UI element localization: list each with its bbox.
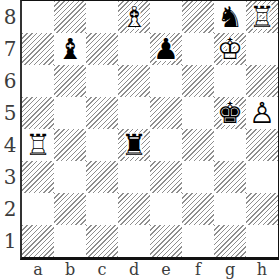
square-b4[interactable] [54,129,86,161]
square-d5[interactable] [118,97,150,129]
square-e3[interactable] [150,161,182,193]
square-d8[interactable]: ♗ [118,1,150,33]
square-c5[interactable] [86,97,118,129]
square-d2[interactable] [118,193,150,225]
rank-label-1: 1 [0,225,20,257]
square-c1[interactable] [86,225,118,257]
square-g7[interactable]: ♔ [214,33,246,65]
rank-label-8: 8 [0,1,20,33]
square-h8[interactable]: ♖ [246,1,278,33]
chess-diagram: 87654321 ♗♞♖♝♟♔♚♙♖♜ abcdefgh [0,0,279,279]
square-f5[interactable] [182,97,214,129]
file-labels: abcdefgh [22,262,278,278]
square-g4[interactable] [214,129,246,161]
square-g8[interactable]: ♞ [214,1,246,33]
square-c6[interactable] [86,65,118,97]
square-e2[interactable] [150,193,182,225]
file-label-g: g [214,262,246,278]
square-h7[interactable] [246,33,278,65]
rank-label-5: 5 [0,97,20,129]
square-a3[interactable] [22,161,54,193]
square-e5[interactable] [150,97,182,129]
square-d7[interactable] [118,33,150,65]
square-h5[interactable]: ♙ [246,97,278,129]
white-rook-piece[interactable]: ♖ [246,1,278,33]
square-e6[interactable] [150,65,182,97]
rank-label-3: 3 [0,161,20,193]
square-b5[interactable] [54,97,86,129]
rank-label-6: 6 [0,65,20,97]
square-a5[interactable] [22,97,54,129]
square-f7[interactable] [182,33,214,65]
file-label-h: h [246,262,278,278]
white-pawn-piece[interactable]: ♙ [246,97,278,129]
rank-labels: 87654321 [0,1,20,257]
square-e8[interactable] [150,1,182,33]
square-g2[interactable] [214,193,246,225]
square-c7[interactable] [86,33,118,65]
white-king-piece[interactable]: ♔ [214,33,246,65]
rank-label-7: 7 [0,33,20,65]
square-d3[interactable] [118,161,150,193]
black-bishop-piece[interactable]: ♝ [54,33,86,65]
square-b1[interactable] [54,225,86,257]
square-f6[interactable] [182,65,214,97]
square-a2[interactable] [22,193,54,225]
square-b6[interactable] [54,65,86,97]
black-rook-piece[interactable]: ♜ [118,129,150,161]
file-label-f: f [182,262,214,278]
black-king-piece[interactable]: ♚ [214,97,246,129]
square-g6[interactable] [214,65,246,97]
square-h2[interactable] [246,193,278,225]
square-g3[interactable] [214,161,246,193]
chess-board: ♗♞♖♝♟♔♚♙♖♜ [22,1,278,257]
file-label-a: a [22,262,54,278]
white-rook-piece[interactable]: ♖ [22,129,54,161]
square-a1[interactable] [22,225,54,257]
square-a8[interactable] [22,1,54,33]
file-label-d: d [118,262,150,278]
square-c4[interactable] [86,129,118,161]
square-f2[interactable] [182,193,214,225]
square-a4[interactable]: ♖ [22,129,54,161]
square-a7[interactable] [22,33,54,65]
square-f4[interactable] [182,129,214,161]
square-d1[interactable] [118,225,150,257]
square-c2[interactable] [86,193,118,225]
black-pawn-piece[interactable]: ♟ [150,33,182,65]
rank-label-4: 4 [0,129,20,161]
white-bishop-piece[interactable]: ♗ [118,1,150,33]
black-knight-piece[interactable]: ♞ [214,1,246,33]
square-e1[interactable] [150,225,182,257]
square-e7[interactable]: ♟ [150,33,182,65]
square-b7[interactable]: ♝ [54,33,86,65]
board-frame: ♗♞♖♝♟♔♚♙♖♜ [20,0,279,260]
square-g1[interactable] [214,225,246,257]
file-label-b: b [54,262,86,278]
file-label-c: c [86,262,118,278]
square-b3[interactable] [54,161,86,193]
square-h3[interactable] [246,161,278,193]
square-c3[interactable] [86,161,118,193]
square-h1[interactable] [246,225,278,257]
square-f3[interactable] [182,161,214,193]
square-a6[interactable] [22,65,54,97]
file-label-e: e [150,262,182,278]
square-d4[interactable]: ♜ [118,129,150,161]
square-b8[interactable] [54,1,86,33]
square-c8[interactable] [86,1,118,33]
square-d6[interactable] [118,65,150,97]
square-h4[interactable] [246,129,278,161]
rank-label-2: 2 [0,193,20,225]
square-b2[interactable] [54,193,86,225]
square-h6[interactable] [246,65,278,97]
square-f8[interactable] [182,1,214,33]
square-f1[interactable] [182,225,214,257]
square-e4[interactable] [150,129,182,161]
square-g5[interactable]: ♚ [214,97,246,129]
